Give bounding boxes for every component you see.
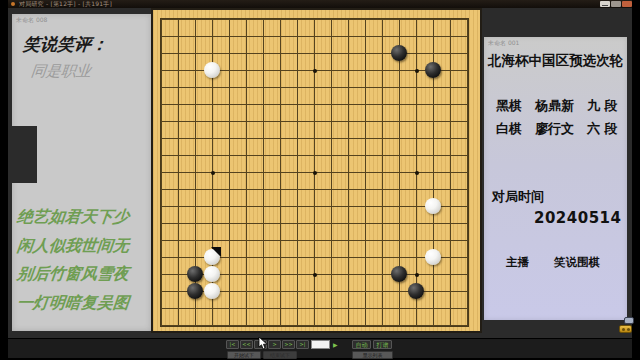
go-board-grid [153, 11, 476, 334]
app-icon [11, 2, 15, 6]
white-stone [425, 198, 441, 214]
black-stone [408, 283, 424, 299]
white-stone [204, 249, 220, 265]
mode-button[interactable]: 自动 [352, 340, 371, 349]
black-stone [391, 266, 407, 282]
black-stone [391, 45, 407, 61]
window-title: 对局研究 - [第12手] - [共191手] [19, 0, 112, 8]
black-stone [187, 283, 203, 299]
overlay-badge-icon[interactable] [624, 317, 634, 324]
close-button[interactable] [622, 1, 632, 7]
nav-button-first[interactable]: |< [226, 340, 239, 349]
letterbox-right [632, 0, 640, 360]
game-time-label: 对局时间 [492, 188, 544, 206]
move-number-box[interactable] [311, 340, 330, 349]
nav-button-prev10[interactable]: << [240, 340, 253, 349]
trial-button: 结束试下 [263, 351, 297, 359]
poem-line: 绝艺如君天下少 [16, 203, 131, 232]
poem-line: 一灯明暗复吴图 [16, 289, 131, 318]
minimize-button[interactable] [600, 1, 610, 7]
game-info-panel: 未命名 001 北海杯中国区预选次轮 黑棋 杨鼎新 九 段 白棋 廖行文 六 段… [484, 37, 627, 320]
coin-icon[interactable] [619, 325, 632, 333]
title-bar: 对局研究 - [第12手] - [共191手] [8, 0, 632, 8]
app-window: 对局研究 - [第12手] - [共191手] 未命名 008 笑说笑评： 同是… [0, 0, 640, 360]
poem-line: 别后竹窗风雪夜 [16, 260, 131, 289]
white-stone [204, 283, 220, 299]
control-bar: |<<<<>>>>| ▶ 自动打谱 开始试下结束试下显示列表 [8, 338, 632, 358]
poem-line: 闲人似我世间无 [16, 232, 131, 261]
host-name: 笑说围棋 [554, 255, 600, 270]
mouse-cursor [258, 337, 270, 350]
black-stone [187, 266, 203, 282]
host-label: 主播 [506, 255, 529, 270]
letterbox-left [0, 0, 8, 360]
commentary-panel-header: 未命名 008 [16, 16, 47, 25]
white-stone [425, 249, 441, 265]
game-date: 20240514 [534, 209, 622, 227]
commentary-subtitle: 同是职业 [30, 62, 92, 81]
panel-notch [12, 126, 37, 183]
black-stone [425, 62, 441, 78]
white-stone [204, 62, 220, 78]
play-indicator: ▶ [333, 341, 338, 348]
commentary-panel: 未命名 008 笑说笑评： 同是职业 绝艺如君天下少闲人似我世间无别后竹窗风雪夜… [12, 14, 151, 331]
black-player-line: 黑棋 杨鼎新 九 段 [496, 97, 618, 115]
maximize-button[interactable] [611, 1, 621, 7]
go-board[interactable] [151, 8, 482, 333]
white-stone [204, 266, 220, 282]
info-panel-header: 未命名 001 [488, 39, 519, 48]
nav-button-last[interactable]: >| [296, 340, 309, 349]
white-player-line: 白棋 廖行文 六 段 [496, 120, 618, 138]
event-title: 北海杯中国区预选次轮 [484, 52, 627, 70]
nav-button-next10[interactable]: >> [282, 340, 295, 349]
poem-text: 绝艺如君天下少闲人似我世间无别后竹窗风雪夜一灯明暗复吴图 [17, 203, 129, 317]
commentary-title: 笑说笑评： [22, 33, 109, 56]
trial-button[interactable]: 显示列表 [352, 351, 393, 359]
mode-button[interactable]: 打谱 [373, 340, 392, 349]
last-move-triangle-marker [211, 247, 221, 257]
trial-button[interactable]: 开始试下 [227, 351, 261, 359]
